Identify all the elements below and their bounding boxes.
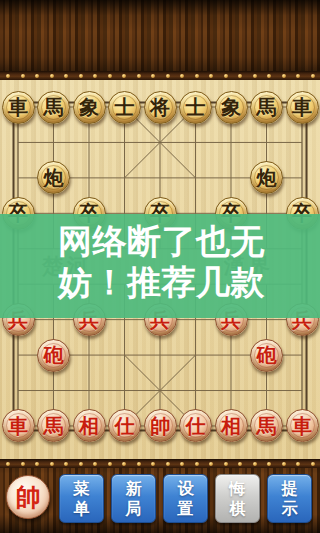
nail-dot-icon (122, 74, 126, 78)
board-point-r9c2: 相 (71, 408, 107, 443)
red-piece-相[interactable]: 相 (73, 409, 106, 442)
board-point-r0c7: 馬 (249, 89, 285, 124)
nail-dot-icon (253, 462, 257, 466)
hint-button-label: 提示 (282, 479, 298, 519)
nail-dot-icon (282, 462, 286, 466)
board-point-r9c4: 帥 (142, 408, 178, 443)
nail-dot-icon (267, 462, 271, 466)
nail-dot-icon (50, 74, 54, 78)
nail-dot-icon (296, 462, 300, 466)
board-point-r9c1: 馬 (36, 408, 72, 443)
nail-dot-icon (64, 462, 68, 466)
nail-dot-icon (311, 74, 315, 78)
nail-dot-icon (137, 462, 141, 466)
board-point-r0c5: 士 (178, 89, 214, 124)
settings-button[interactable]: 设置 (163, 474, 208, 523)
board-point-r7c1: 砲 (36, 337, 72, 372)
board-point-r2c7: 炮 (249, 160, 285, 195)
nail-dot-icon (122, 462, 126, 466)
board-point-r0c0: 車 (0, 89, 36, 124)
nail-dot-icon (296, 74, 300, 78)
new-game-button[interactable]: 新局 (111, 474, 156, 523)
nail-dot-icon (209, 74, 213, 78)
nail-dot-icon (195, 462, 199, 466)
red-piece-相[interactable]: 相 (215, 409, 248, 442)
board-point-r0c6: 象 (213, 89, 249, 124)
nail-dot-icon (311, 462, 315, 466)
top-nail-strip (0, 71, 320, 80)
nail-dot-icon (151, 462, 155, 466)
nail-dot-icon (180, 462, 184, 466)
board-point-r9c0: 車 (0, 408, 36, 443)
nail-dot-icon (6, 74, 10, 78)
nail-dot-icon (79, 462, 83, 466)
black-piece-士[interactable]: 士 (108, 91, 141, 124)
nail-dot-icon (238, 462, 242, 466)
nail-dot-icon (6, 462, 10, 466)
board-point-r0c1: 馬 (36, 89, 72, 124)
black-piece-馬[interactable]: 馬 (250, 91, 283, 124)
nail-dot-icon (253, 74, 257, 78)
nail-dot-icon (166, 74, 170, 78)
nail-dot-icon (166, 462, 170, 466)
red-piece-砲[interactable]: 砲 (250, 339, 283, 372)
nail-dot-icon (50, 462, 54, 466)
nail-dot-icon (35, 74, 39, 78)
promo-banner-overlay: 网络断了也无 妨！推荐几款 (0, 214, 320, 318)
promo-banner-line2: 妨！推荐几款 (58, 262, 320, 303)
board-point-r9c8: 車 (284, 408, 320, 443)
nail-dot-icon (209, 462, 213, 466)
nail-dot-icon (267, 74, 271, 78)
nail-dot-icon (79, 74, 83, 78)
board-point-r2c1: 炮 (36, 160, 72, 195)
new-game-button-label: 新局 (126, 479, 142, 519)
nail-dot-icon (21, 74, 25, 78)
black-piece-将[interactable]: 将 (144, 91, 177, 124)
red-piece-馬[interactable]: 馬 (250, 409, 283, 442)
menu-button[interactable]: 菜单 (59, 474, 104, 523)
nail-dot-icon (282, 74, 286, 78)
black-piece-象[interactable]: 象 (73, 91, 106, 124)
nail-dot-icon (224, 462, 228, 466)
nail-dot-icon (108, 74, 112, 78)
xiangqi-app-screen: 楚河 漢界 車馬象士将士象馬車炮炮卒卒卒卒卒兵兵兵兵兵砲砲車馬相仕帥仕相馬車 网… (0, 0, 320, 533)
nail-dot-icon (238, 74, 242, 78)
board-point-r9c6: 相 (213, 408, 249, 443)
toolbar-button-row: 菜单新局设置悔棋提示 (0, 474, 320, 523)
undo-button[interactable]: 悔棋 (215, 474, 260, 523)
nail-dot-icon (108, 462, 112, 466)
nail-dot-icon (35, 462, 39, 466)
black-piece-車[interactable]: 車 (2, 91, 35, 124)
red-piece-車[interactable]: 車 (2, 409, 35, 442)
black-piece-士[interactable]: 士 (179, 91, 212, 124)
board-point-r9c3: 仕 (107, 408, 143, 443)
red-piece-馬[interactable]: 馬 (37, 409, 70, 442)
nail-dot-icon (93, 74, 97, 78)
bottom-nail-strip (0, 459, 320, 468)
red-piece-帥[interactable]: 帥 (144, 409, 177, 442)
red-piece-仕[interactable]: 仕 (108, 409, 141, 442)
black-piece-炮[interactable]: 炮 (250, 161, 283, 194)
black-piece-馬[interactable]: 馬 (37, 91, 70, 124)
red-piece-砲[interactable]: 砲 (37, 339, 70, 372)
board-point-r0c8: 車 (284, 89, 320, 124)
board-point-r9c5: 仕 (178, 408, 214, 443)
nail-dot-icon (151, 74, 155, 78)
board-point-r0c4: 将 (142, 89, 178, 124)
menu-button-label: 菜单 (74, 479, 90, 519)
nail-dot-icon (64, 74, 68, 78)
red-piece-車[interactable]: 車 (286, 409, 319, 442)
promo-banner-line1: 网络断了也无 (58, 221, 320, 262)
board-point-r9c7: 馬 (249, 408, 285, 443)
black-piece-炮[interactable]: 炮 (37, 161, 70, 194)
nail-dot-icon (93, 462, 97, 466)
board-point-r0c3: 士 (107, 89, 143, 124)
nail-dot-icon (180, 74, 184, 78)
board-point-r7c7: 砲 (249, 337, 285, 372)
red-piece-仕[interactable]: 仕 (179, 409, 212, 442)
nail-dot-icon (21, 462, 25, 466)
undo-button-label: 悔棋 (230, 479, 246, 519)
black-piece-象[interactable]: 象 (215, 91, 248, 124)
board-point-r0c2: 象 (71, 89, 107, 124)
settings-button-label: 设置 (178, 479, 194, 519)
hint-button[interactable]: 提示 (267, 474, 312, 523)
nail-dot-icon (195, 74, 199, 78)
nail-dot-icon (224, 74, 228, 78)
nail-dot-icon (137, 74, 141, 78)
black-piece-車[interactable]: 車 (286, 91, 319, 124)
